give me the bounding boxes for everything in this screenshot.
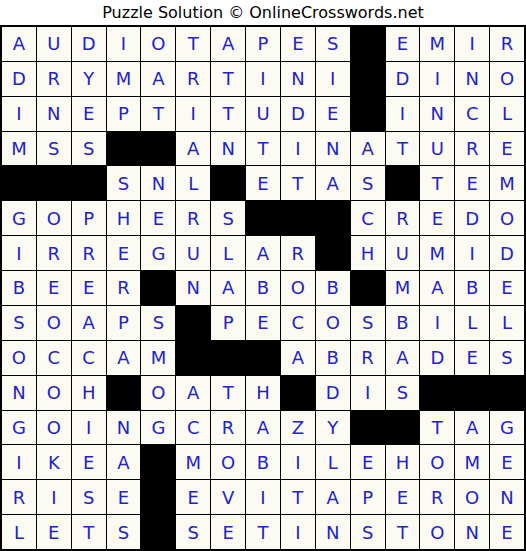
- letter-cell: L: [490, 97, 524, 131]
- block-cell: [72, 166, 106, 200]
- letter-cell: U: [386, 236, 420, 270]
- letter-cell: U: [176, 236, 210, 270]
- letter-cell: B: [386, 306, 420, 340]
- letter-cell: T: [176, 27, 210, 61]
- letter-cell: T: [420, 166, 454, 200]
- letter-cell: S: [316, 27, 350, 61]
- block-cell: [351, 97, 385, 131]
- letter-cell: L: [455, 306, 489, 340]
- letter-cell: S: [490, 341, 524, 375]
- block-cell: [351, 27, 385, 61]
- letter-cell: N: [316, 132, 350, 166]
- letter-cell: I: [2, 236, 36, 270]
- block-cell: [2, 166, 36, 200]
- letter-cell: E: [246, 306, 280, 340]
- letter-cell: A: [316, 166, 350, 200]
- letter-cell: N: [37, 97, 71, 131]
- letter-cell: R: [420, 480, 454, 514]
- letter-cell: S: [351, 515, 385, 549]
- block-cell: [455, 376, 489, 410]
- letter-cell: N: [455, 515, 489, 549]
- letter-cell: E: [386, 27, 420, 61]
- letter-cell: E: [490, 271, 524, 305]
- letter-cell: D: [490, 236, 524, 270]
- letter-cell: E: [37, 515, 71, 549]
- letter-cell: A: [281, 341, 315, 375]
- block-cell: [316, 236, 350, 270]
- letter-cell: R: [2, 480, 36, 514]
- letter-cell: I: [351, 376, 385, 410]
- letter-cell: H: [246, 376, 280, 410]
- block-cell: [107, 376, 141, 410]
- letter-cell: E: [72, 445, 106, 479]
- block-cell: [211, 166, 245, 200]
- letter-cell: T: [72, 515, 106, 549]
- letter-cell: A: [176, 132, 210, 166]
- letter-cell: A: [72, 306, 106, 340]
- letter-cell: O: [490, 201, 524, 235]
- letter-cell: T: [281, 166, 315, 200]
- letter-cell: O: [420, 515, 454, 549]
- letter-cell: R: [176, 62, 210, 96]
- letter-cell: P: [246, 27, 280, 61]
- letter-cell: B: [2, 271, 36, 305]
- letter-cell: E: [420, 201, 454, 235]
- letter-cell: L: [2, 515, 36, 549]
- block-cell: [107, 132, 141, 166]
- letter-cell: C: [455, 97, 489, 131]
- letter-cell: I: [281, 445, 315, 479]
- letter-cell: R: [176, 201, 210, 235]
- letter-cell: I: [176, 97, 210, 131]
- letter-cell: L: [176, 166, 210, 200]
- letter-cell: I: [2, 97, 36, 131]
- letter-cell: T: [246, 132, 280, 166]
- letter-cell: A: [107, 341, 141, 375]
- letter-cell: T: [211, 62, 245, 96]
- letter-cell: D: [72, 27, 106, 61]
- block-cell: [386, 411, 420, 445]
- block-cell: [141, 515, 175, 549]
- letter-cell: A: [176, 376, 210, 410]
- letter-cell: G: [490, 411, 524, 445]
- block-cell: [246, 201, 280, 235]
- letter-cell: C: [37, 341, 71, 375]
- letter-cell: S: [351, 306, 385, 340]
- block-cell: [141, 480, 175, 514]
- letter-cell: M: [490, 166, 524, 200]
- letter-cell: I: [420, 306, 454, 340]
- letter-cell: N: [176, 271, 210, 305]
- letter-cell: T: [211, 97, 245, 131]
- letter-cell: N: [316, 515, 350, 549]
- letter-cell: S: [351, 166, 385, 200]
- letter-cell: U: [37, 27, 71, 61]
- letter-cell: O: [2, 341, 36, 375]
- letter-cell: E: [490, 132, 524, 166]
- letter-cell: Y: [316, 411, 350, 445]
- letter-cell: S: [211, 201, 245, 235]
- letter-cell: I: [420, 62, 454, 96]
- block-cell: [420, 376, 454, 410]
- letter-cell: A: [455, 411, 489, 445]
- block-cell: [176, 306, 210, 340]
- letter-cell: L: [316, 445, 350, 479]
- block-cell: [490, 376, 524, 410]
- letter-cell: T: [386, 132, 420, 166]
- letter-cell: Y: [72, 62, 106, 96]
- letter-cell: E: [246, 166, 280, 200]
- block-cell: [176, 341, 210, 375]
- block-cell: [281, 201, 315, 235]
- letter-cell: T: [211, 376, 245, 410]
- letter-cell: B: [246, 445, 280, 479]
- letter-cell: O: [420, 445, 454, 479]
- letter-cell: P: [72, 201, 106, 235]
- letter-cell: E: [107, 236, 141, 270]
- letter-cell: R: [107, 271, 141, 305]
- letter-cell: E: [72, 97, 106, 131]
- letter-cell: N: [211, 132, 245, 166]
- letter-cell: G: [141, 411, 175, 445]
- letter-cell: C: [72, 341, 106, 375]
- letter-cell: S: [176, 515, 210, 549]
- letter-cell: I: [72, 411, 106, 445]
- letter-cell: I: [37, 480, 71, 514]
- letter-cell: A: [246, 411, 280, 445]
- letter-cell: B: [316, 271, 350, 305]
- block-cell: [351, 411, 385, 445]
- letter-cell: N: [107, 411, 141, 445]
- letter-cell: T: [141, 97, 175, 131]
- block-cell: [281, 376, 315, 410]
- letter-cell: T: [281, 480, 315, 514]
- letter-cell: B: [316, 341, 350, 375]
- letter-cell: N: [141, 166, 175, 200]
- letter-cell: V: [211, 480, 245, 514]
- letter-cell: S: [386, 376, 420, 410]
- letter-cell: H: [107, 201, 141, 235]
- letter-cell: T: [386, 515, 420, 549]
- letter-cell: O: [455, 480, 489, 514]
- letter-cell: R: [351, 341, 385, 375]
- block-cell: [141, 132, 175, 166]
- letter-cell: I: [2, 445, 36, 479]
- letter-cell: M: [141, 341, 175, 375]
- letter-cell: T: [420, 411, 454, 445]
- letter-cell: B: [455, 271, 489, 305]
- letter-cell: N: [455, 62, 489, 96]
- letter-cell: I: [386, 97, 420, 131]
- letter-cell: A: [2, 27, 36, 61]
- letter-cell: S: [141, 306, 175, 340]
- letter-cell: D: [2, 62, 36, 96]
- letter-cell: A: [316, 480, 350, 514]
- letter-cell: O: [141, 27, 175, 61]
- letter-cell: S: [107, 515, 141, 549]
- letter-cell: A: [141, 62, 175, 96]
- letter-cell: U: [246, 97, 280, 131]
- letter-cell: S: [107, 166, 141, 200]
- letter-cell: N: [490, 480, 524, 514]
- letter-cell: M: [176, 445, 210, 479]
- letter-cell: S: [72, 132, 106, 166]
- letter-cell: R: [386, 201, 420, 235]
- letter-cell: M: [107, 62, 141, 96]
- block-cell: [37, 166, 71, 200]
- letter-cell: O: [37, 376, 71, 410]
- letter-cell: A: [420, 271, 454, 305]
- letter-cell: O: [141, 376, 175, 410]
- block-cell: [246, 341, 280, 375]
- letter-cell: I: [316, 62, 350, 96]
- block-cell: [351, 271, 385, 305]
- letter-cell: P: [107, 306, 141, 340]
- letter-cell: O: [37, 411, 71, 445]
- letter-cell: H: [72, 376, 106, 410]
- letter-cell: S: [72, 480, 106, 514]
- letter-cell: E: [490, 515, 524, 549]
- letter-cell: L: [490, 306, 524, 340]
- letter-cell: A: [211, 27, 245, 61]
- letter-cell: A: [386, 341, 420, 375]
- letter-cell: E: [141, 201, 175, 235]
- letter-cell: D: [386, 62, 420, 96]
- letter-cell: M: [455, 445, 489, 479]
- letter-cell: A: [107, 445, 141, 479]
- block-cell: [211, 341, 245, 375]
- letter-cell: R: [37, 62, 71, 96]
- letter-cell: R: [281, 236, 315, 270]
- letter-cell: P: [211, 306, 245, 340]
- letter-cell: A: [246, 236, 280, 270]
- letter-cell: L: [211, 236, 245, 270]
- letter-cell: M: [420, 236, 454, 270]
- letter-cell: R: [455, 132, 489, 166]
- letter-cell: I: [107, 27, 141, 61]
- letter-cell: S: [2, 306, 36, 340]
- letter-cell: D: [420, 341, 454, 375]
- letter-cell: E: [281, 27, 315, 61]
- letter-cell: M: [420, 27, 454, 61]
- block-cell: [316, 201, 350, 235]
- letter-cell: C: [176, 411, 210, 445]
- letter-cell: I: [281, 515, 315, 549]
- crossword-grid: AUDIOTAPESEMIRDRYMARTINIDINOINEPTITUDEIN…: [0, 25, 526, 551]
- letter-cell: K: [37, 445, 71, 479]
- block-cell: [386, 166, 420, 200]
- letter-cell: E: [455, 341, 489, 375]
- letter-cell: N: [281, 62, 315, 96]
- letter-cell: H: [386, 445, 420, 479]
- letter-cell: D: [455, 201, 489, 235]
- letter-cell: O: [316, 306, 350, 340]
- letter-cell: E: [351, 445, 385, 479]
- letter-cell: D: [281, 97, 315, 131]
- letter-cell: I: [455, 27, 489, 61]
- letter-cell: R: [211, 411, 245, 445]
- letter-cell: O: [490, 62, 524, 96]
- letter-cell: E: [176, 480, 210, 514]
- block-cell: [351, 62, 385, 96]
- letter-cell: P: [107, 97, 141, 131]
- letter-cell: I: [246, 62, 280, 96]
- letter-cell: G: [2, 201, 36, 235]
- puzzle-title: Puzzle Solution © OnlineCrosswords.net: [0, 0, 526, 25]
- letter-cell: E: [37, 271, 71, 305]
- letter-cell: O: [37, 201, 71, 235]
- letter-cell: O: [37, 306, 71, 340]
- letter-cell: Z: [281, 411, 315, 445]
- letter-cell: O: [211, 445, 245, 479]
- letter-cell: E: [455, 166, 489, 200]
- letter-cell: G: [2, 411, 36, 445]
- block-cell: [141, 271, 175, 305]
- letter-cell: M: [386, 271, 420, 305]
- letter-cell: H: [351, 236, 385, 270]
- puzzle-solution-page: Puzzle Solution © OnlineCrosswords.net A…: [0, 0, 526, 551]
- letter-cell: O: [281, 271, 315, 305]
- letter-cell: I: [246, 480, 280, 514]
- letter-cell: R: [72, 236, 106, 270]
- letter-cell: I: [281, 132, 315, 166]
- letter-cell: G: [141, 236, 175, 270]
- letter-cell: P: [351, 480, 385, 514]
- letter-cell: R: [37, 236, 71, 270]
- letter-cell: E: [316, 97, 350, 131]
- letter-cell: C: [351, 201, 385, 235]
- letter-cell: C: [281, 306, 315, 340]
- letter-cell: R: [490, 27, 524, 61]
- letter-cell: E: [386, 480, 420, 514]
- letter-cell: E: [107, 480, 141, 514]
- letter-cell: E: [72, 271, 106, 305]
- block-cell: [141, 445, 175, 479]
- letter-cell: I: [455, 236, 489, 270]
- letter-cell: E: [211, 515, 245, 549]
- letter-cell: S: [37, 132, 71, 166]
- letter-cell: T: [246, 515, 280, 549]
- letter-cell: A: [351, 132, 385, 166]
- letter-cell: U: [420, 132, 454, 166]
- letter-cell: N: [2, 376, 36, 410]
- letter-cell: M: [2, 132, 36, 166]
- letter-cell: B: [246, 271, 280, 305]
- letter-cell: D: [316, 376, 350, 410]
- letter-cell: E: [490, 445, 524, 479]
- letter-cell: N: [420, 97, 454, 131]
- letter-cell: A: [211, 271, 245, 305]
